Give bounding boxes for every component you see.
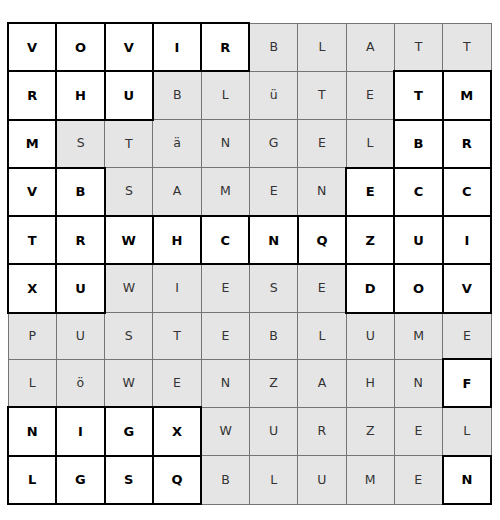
cell-r9c8[interactable]: Z	[346, 407, 394, 455]
cell-r5c2[interactable]: R	[56, 216, 104, 264]
cell-r6c1[interactable]: X	[8, 264, 56, 312]
word-search-page: VOVIRBLATTRHUBLüTETMMSTäNGELBRVBSAMENECC…	[0, 0, 500, 520]
cell-r1c5[interactable]: R	[201, 23, 249, 71]
cell-r5c10[interactable]: I	[443, 216, 491, 264]
cell-r1c6[interactable]: B	[249, 23, 297, 71]
cell-r3c9[interactable]: B	[394, 120, 442, 168]
cell-r7c5[interactable]: E	[201, 313, 249, 360]
cell-r7c9[interactable]: M	[394, 313, 442, 360]
cell-r8c8[interactable]: H	[346, 359, 394, 407]
cell-r9c5[interactable]: W	[201, 407, 249, 455]
cell-r3c10[interactable]: R	[443, 120, 491, 168]
cell-r6c3[interactable]: W	[105, 264, 153, 312]
cell-r3c2[interactable]: S	[56, 120, 104, 168]
grid-row-4: VBSAMENECC	[8, 168, 491, 216]
cell-r1c9[interactable]: T	[394, 23, 442, 71]
cell-r8c2[interactable]: ö	[56, 359, 104, 407]
cell-r4c6[interactable]: E	[249, 168, 297, 216]
cell-r7c8[interactable]: U	[346, 313, 394, 360]
cell-r2c4[interactable]: B	[153, 71, 201, 119]
cell-r7c7[interactable]: L	[298, 313, 346, 360]
cell-r4c1[interactable]: V	[8, 168, 56, 216]
cell-r6c8[interactable]: D	[346, 264, 394, 312]
cell-r1c8[interactable]: A	[346, 23, 394, 71]
cell-r10c9[interactable]: E	[394, 456, 442, 504]
cell-r2c3[interactable]: U	[105, 71, 153, 119]
cell-r9c4[interactable]: X	[153, 407, 201, 455]
cell-r8c3[interactable]: W	[105, 359, 153, 407]
cell-r5c6[interactable]: N	[249, 216, 297, 264]
cell-r4c9[interactable]: C	[394, 168, 442, 216]
cell-r3c5[interactable]: N	[201, 120, 249, 168]
cell-r4c3[interactable]: S	[105, 168, 153, 216]
cell-r8c6[interactable]: Z	[249, 359, 297, 407]
cell-r2c9[interactable]: T	[394, 71, 442, 119]
cell-r1c2[interactable]: O	[56, 23, 104, 71]
cell-r4c7[interactable]: N	[298, 168, 346, 216]
grid-row-7: PUSTEBLUME	[8, 313, 491, 360]
cell-r5c9[interactable]: U	[394, 216, 442, 264]
grid-row-5: TRWHCNQZUI	[8, 216, 491, 264]
cell-r5c8[interactable]: Z	[346, 216, 394, 264]
cell-r2c6[interactable]: ü	[249, 71, 297, 119]
cell-r4c8[interactable]: E	[346, 168, 394, 216]
cell-r3c6[interactable]: G	[249, 120, 297, 168]
cell-r2c5[interactable]: L	[201, 71, 249, 119]
cell-r2c7[interactable]: T	[298, 71, 346, 119]
cell-r5c5[interactable]: C	[201, 216, 249, 264]
cell-r10c3[interactable]: S	[105, 456, 153, 504]
cell-r6c6[interactable]: S	[249, 264, 297, 312]
cell-r1c10[interactable]: T	[443, 23, 491, 71]
cell-r3c7[interactable]: E	[298, 120, 346, 168]
cell-r10c8[interactable]: M	[346, 456, 394, 504]
cell-r8c1[interactable]: L	[8, 359, 56, 407]
cell-r2c1[interactable]: R	[8, 71, 56, 119]
cell-r10c7[interactable]: U	[298, 456, 346, 504]
cell-r4c4[interactable]: A	[153, 168, 201, 216]
cell-r5c3[interactable]: W	[105, 216, 153, 264]
cell-r7c6[interactable]: B	[249, 313, 297, 360]
cell-r9c7[interactable]: R	[298, 407, 346, 455]
cell-r9c3[interactable]: G	[105, 407, 153, 455]
cell-r10c5[interactable]: B	[201, 456, 249, 504]
cell-r8c10[interactable]: F	[443, 359, 491, 407]
cell-r5c7[interactable]: Q	[298, 216, 346, 264]
cell-r8c5[interactable]: N	[201, 359, 249, 407]
grid-row-9: NIGXWURZEL	[8, 407, 491, 455]
cell-r6c10[interactable]: V	[443, 264, 491, 312]
cell-r10c10[interactable]: N	[443, 456, 491, 504]
grid-row-3: MSTäNGELBR	[8, 120, 491, 168]
cell-r10c1[interactable]: L	[8, 456, 56, 504]
word-search-grid: VOVIRBLATTRHUBLüTETMMSTäNGELBRVBSAMENECC…	[7, 22, 492, 505]
cell-r10c2[interactable]: G	[56, 456, 104, 504]
cell-r8c7[interactable]: A	[298, 359, 346, 407]
cell-r9c2[interactable]: I	[56, 407, 104, 455]
cell-r9c1[interactable]: N	[8, 407, 56, 455]
cell-r5c1[interactable]: T	[8, 216, 56, 264]
grid-row-6: XUWIESEDOV	[8, 264, 491, 312]
cell-r6c9[interactable]: O	[394, 264, 442, 312]
cell-r3c1[interactable]: M	[8, 120, 56, 168]
cell-r6c2[interactable]: U	[56, 264, 104, 312]
cell-r5c4[interactable]: H	[153, 216, 201, 264]
cell-r8c9[interactable]: N	[394, 359, 442, 407]
cell-r4c5[interactable]: M	[201, 168, 249, 216]
cell-r1c4[interactable]: I	[153, 23, 201, 71]
cell-r2c2[interactable]: H	[56, 71, 104, 119]
cell-r7c3[interactable]: S	[105, 313, 153, 360]
cell-r10c6[interactable]: L	[249, 456, 297, 504]
cell-r6c7[interactable]: E	[298, 264, 346, 312]
cell-r3c4[interactable]: ä	[153, 120, 201, 168]
cell-r7c4[interactable]: T	[153, 313, 201, 360]
grid-row-2: RHUBLüTETM	[8, 71, 491, 119]
cell-r2c10[interactable]: M	[443, 71, 491, 119]
cell-r9c6[interactable]: U	[249, 407, 297, 455]
cell-r7c1[interactable]: P	[8, 313, 56, 360]
cell-r1c7[interactable]: L	[298, 23, 346, 71]
cell-r6c5[interactable]: E	[201, 264, 249, 312]
cell-r7c2[interactable]: U	[56, 313, 104, 360]
cell-r3c3[interactable]: T	[105, 120, 153, 168]
cell-r4c2[interactable]: B	[56, 168, 104, 216]
cell-r1c1[interactable]: V	[8, 23, 56, 71]
cell-r9c10[interactable]: L	[443, 407, 491, 455]
cell-r6c4[interactable]: I	[153, 264, 201, 312]
cell-r3c8[interactable]: L	[346, 120, 394, 168]
cell-r9c9[interactable]: E	[394, 407, 442, 455]
cell-r10c4[interactable]: Q	[153, 456, 201, 504]
cell-r8c4[interactable]: E	[153, 359, 201, 407]
cell-r4c10[interactable]: C	[443, 168, 491, 216]
cell-r2c8[interactable]: E	[346, 71, 394, 119]
grid-row-8: LöWENZAHNF	[8, 359, 491, 407]
grid-row-10: LGSQBLUMEN	[8, 456, 491, 504]
cell-r1c3[interactable]: V	[105, 23, 153, 71]
grid-row-1: VOVIRBLATT	[8, 23, 491, 71]
cell-r7c10[interactable]: E	[443, 313, 491, 360]
